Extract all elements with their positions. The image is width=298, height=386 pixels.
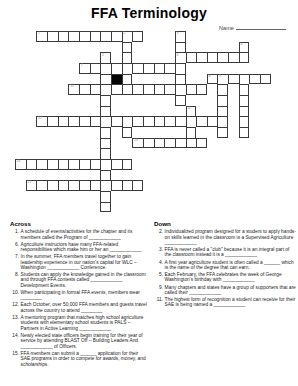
clue-number: 1.	[10, 229, 21, 240]
across-clue-list: 1.A schedule of events/activities for th…	[10, 229, 149, 367]
cell-clue-number-1: 1	[38, 32, 40, 36]
down-clue-list: 2.Individualized program designed for a …	[154, 229, 296, 308]
grid-cell-r8c9[interactable]	[111, 116, 122, 127]
clue-number: 6.	[10, 242, 21, 253]
grid-cell-r0c4[interactable]	[58, 31, 69, 42]
grid-cell-r12c3[interactable]	[47, 159, 58, 170]
clue-text: FFA members can submit a ______ applicat…	[21, 351, 149, 367]
grid-cell-r3c14[interactable]	[164, 63, 175, 74]
grid-cell-r14c4[interactable]	[58, 180, 69, 191]
clue-text: Individualized program designed for a st…	[165, 229, 296, 245]
grid-cell-r0c3[interactable]	[47, 31, 58, 42]
down-clue-5: 5.Each February, the FFA celebrates the …	[154, 272, 296, 283]
across-clue-8: 8.Students can apply the knowledge gaine…	[10, 272, 149, 288]
clue-text: Agriculture instructors have many FFA-re…	[21, 242, 149, 253]
clue-number: 10.	[10, 290, 21, 301]
grid-cell-r4c21[interactable]	[239, 74, 250, 85]
clue-number: 4.	[154, 260, 165, 271]
grid-cell-r14c11[interactable]	[132, 180, 143, 191]
grid-cell-r3c15[interactable]	[175, 63, 186, 74]
clue-number: 13.	[10, 315, 21, 331]
grid-cell-r4c19[interactable]: 9	[217, 74, 228, 85]
grid-cell-r3c12[interactable]	[143, 63, 154, 74]
grid-cell-r9c21[interactable]	[239, 127, 250, 138]
clue-text: Students can apply the knowledge gained …	[21, 272, 149, 288]
grid-cell-r3c6[interactable]: 7	[79, 63, 90, 74]
grid-cell-r12c10[interactable]	[122, 159, 133, 170]
grid-cell-r2c19[interactable]	[217, 52, 228, 63]
clue-text: When participating in formal FFA events,…	[21, 290, 149, 301]
across-clue-13: 13.A mentoring program that matches high…	[10, 315, 149, 331]
grid-cell-r8c5[interactable]	[68, 116, 79, 127]
clue-text: Newly elected state officers begin train…	[21, 333, 149, 349]
page-title: FFA Terminology	[0, 5, 298, 21]
grid-cell-r0c8[interactable]	[100, 31, 111, 42]
grid-cell-r0c9[interactable]	[111, 31, 122, 42]
grid-cell-r5c7[interactable]	[90, 84, 101, 95]
grid-cell-r10c8[interactable]	[100, 138, 111, 149]
clue-number: 12.	[10, 302, 21, 313]
grid-cell-r7c8[interactable]	[100, 106, 111, 117]
cell-clue-number-3: 3	[177, 32, 179, 36]
down-clue-11: 11.The highest form of recognition a stu…	[154, 297, 296, 308]
clue-text: Each February, the FFA celebrates the we…	[165, 272, 296, 283]
clue-number: 8.	[10, 272, 21, 288]
crossword-grid: 123456789101112131415	[15, 31, 271, 212]
down-clue-9: 9.Many chapters and states have a group …	[154, 285, 296, 296]
grid-cell-r5c17[interactable]	[196, 84, 207, 95]
grid-cell-r5c13[interactable]	[154, 84, 165, 95]
grid-cell-r3c9[interactable]	[111, 63, 122, 74]
clue-number: 7.	[10, 254, 21, 270]
grid-cell-r4c10[interactable]	[122, 74, 133, 85]
across-heading: Across	[10, 220, 149, 227]
grid-cell-r8c14[interactable]	[164, 116, 175, 127]
grid-cell-r12c4[interactable]	[58, 159, 69, 170]
grid-cell-r9c19[interactable]	[217, 127, 228, 138]
cell-clue-number-6: 6	[177, 54, 179, 58]
grid-cell-r8c12[interactable]	[143, 116, 154, 127]
grid-cell-r1c10[interactable]	[122, 42, 133, 53]
grid-cell-r10c11[interactable]: 13	[132, 138, 143, 149]
across-clue-10: 10.When participating in formal FFA even…	[10, 290, 149, 301]
cell-clue-number-14: 14	[17, 160, 21, 164]
clue-number: 11.	[154, 297, 165, 308]
clue-text: A first year agriculture student is ofte…	[165, 260, 296, 271]
across-clue-1: 1.A schedule of events/activities for th…	[10, 229, 149, 240]
across-clue-14: 14.Newly elected state officers begin tr…	[10, 333, 149, 349]
grid-cell-r2c20[interactable]	[228, 52, 239, 63]
across-clue-7: 7.In the summer, FFA members travel toge…	[10, 254, 149, 270]
grid-cell-r1c15[interactable]	[175, 42, 186, 53]
grid-cell-r14c7[interactable]	[90, 180, 101, 191]
clue-number: 14.	[10, 333, 21, 349]
grid-cell-r10c14[interactable]	[164, 138, 175, 149]
grid-cell-r5c10[interactable]	[122, 84, 133, 95]
grid-cell-r4c15[interactable]	[175, 74, 186, 85]
grid-cell-r8c16[interactable]	[186, 116, 197, 127]
down-clues-section: Down 2.Individualized program designed f…	[154, 220, 296, 310]
name-field: Name	[219, 24, 286, 31]
grid-cell-r0c5[interactable]	[68, 31, 79, 42]
cell-clue-number-9: 9	[219, 75, 221, 79]
grid-cell-r8c17[interactable]	[196, 116, 207, 127]
grid-cell-r5c12[interactable]	[143, 84, 154, 95]
down-heading: Down	[154, 220, 296, 227]
cell-clue-number-12: 12	[38, 117, 42, 121]
grid-cell-r10c15[interactable]	[175, 138, 186, 149]
clue-number: 15.	[10, 351, 21, 367]
grid-cell-r10c12[interactable]	[143, 138, 154, 149]
grid-cell-r9c10[interactable]	[122, 127, 133, 138]
grid-cell-r12c1[interactable]	[26, 159, 37, 170]
grid-cell-r6c21[interactable]	[239, 95, 250, 106]
cell-clue-number-8: 8	[209, 75, 211, 79]
clue-number: 5.	[154, 272, 165, 283]
clue-text: A schedule of events/activities for the …	[21, 229, 149, 240]
grid-cell-r9c8[interactable]	[100, 127, 111, 138]
grid-cell-r6c15[interactable]	[175, 95, 186, 106]
cell-clue-number-7: 7	[81, 64, 83, 68]
grid-cell-r6c8[interactable]	[100, 95, 111, 106]
grid-cell-r12c5[interactable]	[68, 159, 79, 170]
grid-cell-r8c4[interactable]	[58, 116, 69, 127]
clue-text: FFA is never called a "club" because it …	[165, 247, 296, 258]
grid-cell-r5c5[interactable]: 10	[68, 84, 79, 95]
clue-text: In the summer, FFA members travel togeth…	[21, 254, 149, 270]
grid-cell-r10c16[interactable]	[186, 138, 197, 149]
grid-cell-r0c2[interactable]: 1	[36, 31, 47, 42]
grid-cell-r10c17[interactable]	[196, 138, 207, 149]
grid-cell-r10c13[interactable]	[154, 138, 165, 149]
grid-cell-r11c8[interactable]	[100, 148, 111, 159]
grid-cell-r14c5[interactable]	[68, 180, 79, 191]
grid-cell-r2c21[interactable]	[239, 52, 250, 63]
clue-number: 9.	[154, 285, 165, 296]
grid-cell-r14c3[interactable]	[47, 180, 58, 191]
grid-cell-r7c16[interactable]: 11	[186, 106, 197, 117]
clue-text: Each October, over 50,000 FFA members an…	[21, 302, 149, 313]
grid-cell-r8c11[interactable]	[132, 116, 143, 127]
grid-cell-r7c19[interactable]	[217, 106, 228, 117]
cell-clue-number-10: 10	[70, 85, 74, 89]
grid-cell-r2c16[interactable]	[186, 52, 197, 63]
clue-number: 2.	[154, 229, 165, 245]
clue-number: 3.	[154, 247, 165, 258]
grid-cell-r8c10[interactable]	[122, 116, 133, 127]
name-input-line[interactable]	[236, 24, 286, 30]
across-clues-section: Across 1.A schedule of events/activities…	[10, 220, 149, 369]
grid-cell-r14c8[interactable]	[100, 180, 111, 191]
grid-cell-r12c9[interactable]	[111, 159, 122, 170]
grid-cell-r2c17[interactable]	[196, 52, 207, 63]
grid-cell-r2c8[interactable]: 5	[100, 52, 111, 63]
clue-text: The highest form of recognition a studen…	[165, 297, 296, 308]
grid-cell-r12c7[interactable]	[90, 159, 101, 170]
grid-cell-r12c0[interactable]: 14	[15, 159, 26, 170]
cell-clue-number-13: 13	[134, 139, 138, 143]
grid-cell-r5c9[interactable]	[111, 84, 122, 95]
grid-cell-r8c3[interactable]	[47, 116, 58, 127]
grid-cell-r0c15[interactable]: 3	[175, 31, 186, 42]
grid-cell-r3c10[interactable]	[122, 63, 133, 74]
grid-cell-r5c16[interactable]	[186, 84, 197, 95]
down-clue-4: 4.A first year agriculture student is of…	[154, 260, 296, 271]
grid-cell-r8c2[interactable]: 12	[36, 116, 47, 127]
grid-cell-r8c8[interactable]	[100, 116, 111, 127]
grid-cell-r2c10[interactable]	[122, 52, 133, 63]
across-clue-6: 6.Agriculture instructors have many FFA-…	[10, 242, 149, 253]
cell-clue-number-4: 4	[240, 43, 242, 47]
grid-cell-r5c15[interactable]	[175, 84, 186, 95]
grid-cell-r14c6[interactable]	[79, 180, 90, 191]
grid-cell-r2c15[interactable]: 6	[175, 52, 186, 63]
across-clue-12: 12.Each October, over 50,000 FFA members…	[10, 302, 149, 313]
down-clue-2: 2.Individualized program designed for a …	[154, 229, 296, 245]
grid-cell-r8c18[interactable]	[207, 116, 218, 127]
grid-cell-r5c8[interactable]	[100, 84, 111, 95]
grid-cell-r8c6[interactable]	[79, 116, 90, 127]
grid-cell-r3c11[interactable]	[132, 63, 143, 74]
grid-cell-r5c14[interactable]	[164, 84, 175, 95]
grid-cell-r1c21[interactable]: 4	[239, 42, 250, 53]
grid-cell-r8c13[interactable]	[154, 116, 165, 127]
grid-cell-r14c10[interactable]	[122, 180, 133, 191]
cell-clue-number-5: 5	[102, 54, 104, 58]
grid-cell-r6c19[interactable]	[217, 95, 228, 106]
down-clue-3: 3.FFA is never called a "club" because i…	[154, 247, 296, 258]
grid-cell-r9c16[interactable]	[186, 127, 197, 138]
grid-cell-r4c18[interactable]: 8	[207, 74, 218, 85]
grid-cell-r14c9[interactable]	[111, 180, 122, 191]
grid-cell-r12c2[interactable]	[36, 159, 47, 170]
grid-cell-r4c23[interactable]	[260, 74, 271, 85]
cell-clue-number-2: 2	[123, 32, 125, 36]
grid-cell-r4c22[interactable]	[249, 74, 260, 85]
grid-cell-r8c19[interactable]	[217, 116, 228, 127]
grid-cell-r4c20[interactable]	[228, 74, 239, 85]
clue-text: A mentoring program that matches high sc…	[21, 315, 149, 331]
cell-clue-number-15: 15	[27, 181, 31, 185]
grid-cell-r4c8[interactable]	[100, 74, 111, 85]
grid-cell-r3c8[interactable]	[100, 63, 111, 74]
grid-cell-r16c8[interactable]	[100, 202, 111, 213]
grid-cell-r0c10[interactable]: 2	[122, 31, 133, 42]
worksheet-page: FFA Terminology Name 1234567891011121314…	[0, 0, 298, 386]
across-clue-15: 15.FFA members can submit a ______ appli…	[10, 351, 149, 367]
grid-cell-r0c7[interactable]	[90, 31, 101, 42]
cell-clue-number-11: 11	[187, 107, 191, 111]
grid-cell-r2c18[interactable]	[207, 52, 218, 63]
grid-cell-r5c6[interactable]	[79, 84, 90, 95]
grid-cell-r0c6[interactable]	[79, 31, 90, 42]
grid-cell-r0c11[interactable]	[132, 31, 143, 42]
grid-cell-r8c15[interactable]	[175, 116, 186, 127]
grid-cell-r3c7[interactable]	[90, 63, 101, 74]
grid-cell-r13c8[interactable]	[100, 170, 111, 181]
grid-cell-r3c13[interactable]	[154, 63, 165, 74]
grid-cell-r12c8[interactable]	[100, 159, 111, 170]
grid-cell-r5c21[interactable]	[239, 84, 250, 95]
grid-cell-r5c11[interactable]	[132, 84, 143, 95]
grid-cell-r15c8[interactable]	[100, 191, 111, 202]
black-cell-r4c9	[111, 74, 122, 85]
grid-cell-r14c2[interactable]	[36, 180, 47, 191]
grid-cell-r8c7[interactable]	[90, 116, 101, 127]
grid-cell-r14c1[interactable]: 15	[26, 180, 37, 191]
grid-cell-r7c21[interactable]	[239, 106, 250, 117]
clue-text: Many chapters and states have a group of…	[165, 285, 296, 296]
grid-cell-r12c6[interactable]	[79, 159, 90, 170]
grid-cell-r5c19[interactable]	[217, 84, 228, 95]
grid-cell-r8c21[interactable]	[239, 116, 250, 127]
